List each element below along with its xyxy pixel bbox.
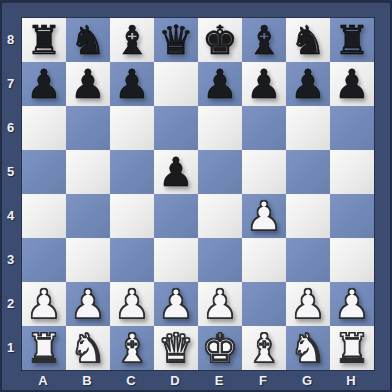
square-h6[interactable] — [330, 106, 374, 150]
square-e5[interactable] — [198, 150, 242, 194]
square-c2[interactable]: ♟ — [110, 282, 154, 326]
square-f4[interactable]: ♟ — [242, 194, 286, 238]
piece-black-pawn[interactable]: ♟ — [290, 62, 326, 106]
square-d1[interactable]: ♛ — [154, 326, 198, 370]
square-b7[interactable]: ♟ — [66, 62, 110, 106]
square-b3[interactable] — [66, 238, 110, 282]
square-d3[interactable] — [154, 238, 198, 282]
file-label-h: H — [329, 370, 373, 390]
square-b8[interactable]: ♞ — [66, 18, 110, 62]
square-e2[interactable]: ♟ — [198, 282, 242, 326]
piece-white-pawn[interactable]: ♟ — [26, 282, 62, 326]
square-g5[interactable] — [286, 150, 330, 194]
file-label-a: A — [21, 370, 65, 390]
rank-label-5: 5 — [0, 149, 21, 193]
piece-white-queen[interactable]: ♛ — [158, 326, 194, 370]
file-label-d: D — [153, 370, 197, 390]
piece-black-pawn[interactable]: ♟ — [70, 62, 106, 106]
square-g4[interactable] — [286, 194, 330, 238]
square-c3[interactable] — [110, 238, 154, 282]
piece-black-queen[interactable]: ♛ — [158, 18, 194, 62]
piece-white-bishop[interactable]: ♝ — [246, 326, 282, 370]
piece-white-pawn[interactable]: ♟ — [246, 194, 282, 238]
piece-white-pawn[interactable]: ♟ — [290, 282, 326, 326]
square-d2[interactable]: ♟ — [154, 282, 198, 326]
file-label-f: F — [241, 370, 285, 390]
square-g7[interactable]: ♟ — [286, 62, 330, 106]
piece-white-king[interactable]: ♚ — [202, 326, 238, 370]
square-d4[interactable] — [154, 194, 198, 238]
rank-label-6: 6 — [0, 105, 21, 149]
file-label-e: E — [197, 370, 241, 390]
square-e1[interactable]: ♚ — [198, 326, 242, 370]
rank-label-4: 4 — [0, 193, 21, 237]
piece-white-bishop[interactable]: ♝ — [114, 326, 150, 370]
square-h5[interactable] — [330, 150, 374, 194]
piece-black-pawn[interactable]: ♟ — [26, 62, 62, 106]
square-h3[interactable] — [330, 238, 374, 282]
piece-white-rook[interactable]: ♜ — [26, 326, 62, 370]
piece-black-pawn[interactable]: ♟ — [334, 62, 370, 106]
square-b5[interactable] — [66, 150, 110, 194]
square-h8[interactable]: ♜ — [330, 18, 374, 62]
square-c6[interactable] — [110, 106, 154, 150]
piece-black-rook[interactable]: ♜ — [334, 18, 370, 62]
square-c8[interactable]: ♝ — [110, 18, 154, 62]
piece-white-pawn[interactable]: ♟ — [114, 282, 150, 326]
square-d5[interactable]: ♟ — [154, 150, 198, 194]
square-h1[interactable]: ♜ — [330, 326, 374, 370]
square-c7[interactable]: ♟ — [110, 62, 154, 106]
piece-black-pawn[interactable]: ♟ — [202, 62, 238, 106]
chess-board-frame: 87654321 ♜♞♝♛♚♝♞♜♟♟♟♟♟♟♟♟♟♟♟♟♟♟♟♟♜♞♝♛♚♝♞… — [0, 0, 392, 392]
piece-white-pawn[interactable]: ♟ — [158, 282, 194, 326]
square-a5[interactable] — [22, 150, 66, 194]
square-g6[interactable] — [286, 106, 330, 150]
square-e8[interactable]: ♚ — [198, 18, 242, 62]
piece-black-rook[interactable]: ♜ — [26, 18, 62, 62]
rank-label-1: 1 — [0, 325, 21, 369]
square-c1[interactable]: ♝ — [110, 326, 154, 370]
square-a8[interactable]: ♜ — [22, 18, 66, 62]
square-d7[interactable] — [154, 62, 198, 106]
piece-white-knight[interactable]: ♞ — [290, 326, 326, 370]
square-e4[interactable] — [198, 194, 242, 238]
rank-label-3: 3 — [0, 237, 21, 281]
piece-white-rook[interactable]: ♜ — [334, 326, 370, 370]
file-label-b: B — [65, 370, 109, 390]
square-a2[interactable]: ♟ — [22, 282, 66, 326]
square-g2[interactable]: ♟ — [286, 282, 330, 326]
piece-black-pawn[interactable]: ♟ — [246, 62, 282, 106]
rank-label-8: 8 — [0, 17, 21, 61]
file-label-g: G — [285, 370, 329, 390]
piece-white-pawn[interactable]: ♟ — [202, 282, 238, 326]
square-f3[interactable] — [242, 238, 286, 282]
square-g8[interactable]: ♞ — [286, 18, 330, 62]
square-f1[interactable]: ♝ — [242, 326, 286, 370]
square-a4[interactable] — [22, 194, 66, 238]
rank-labels: 87654321 — [0, 17, 21, 369]
piece-white-knight[interactable]: ♞ — [70, 326, 106, 370]
square-d8[interactable]: ♛ — [154, 18, 198, 62]
square-a3[interactable] — [22, 238, 66, 282]
file-label-c: C — [109, 370, 153, 390]
square-b4[interactable] — [66, 194, 110, 238]
piece-black-bishop[interactable]: ♝ — [246, 18, 282, 62]
square-g1[interactable]: ♞ — [286, 326, 330, 370]
piece-white-pawn[interactable]: ♟ — [70, 282, 106, 326]
square-f5[interactable] — [242, 150, 286, 194]
square-e7[interactable]: ♟ — [198, 62, 242, 106]
square-h7[interactable]: ♟ — [330, 62, 374, 106]
piece-white-pawn[interactable]: ♟ — [334, 282, 370, 326]
square-b2[interactable]: ♟ — [66, 282, 110, 326]
square-a6[interactable] — [22, 106, 66, 150]
piece-black-knight[interactable]: ♞ — [290, 18, 326, 62]
square-e3[interactable] — [198, 238, 242, 282]
square-f2[interactable] — [242, 282, 286, 326]
square-a7[interactable]: ♟ — [22, 62, 66, 106]
rank-label-7: 7 — [0, 61, 21, 105]
piece-black-knight[interactable]: ♞ — [70, 18, 106, 62]
square-f8[interactable]: ♝ — [242, 18, 286, 62]
piece-black-pawn[interactable]: ♟ — [158, 150, 194, 194]
square-e6[interactable] — [198, 106, 242, 150]
square-c5[interactable] — [110, 150, 154, 194]
square-c4[interactable] — [110, 194, 154, 238]
chess-board: ♜♞♝♛♚♝♞♜♟♟♟♟♟♟♟♟♟♟♟♟♟♟♟♟♜♞♝♛♚♝♞♜ — [21, 17, 375, 371]
square-f6[interactable] — [242, 106, 286, 150]
piece-black-pawn[interactable]: ♟ — [114, 62, 150, 106]
piece-black-bishop[interactable]: ♝ — [114, 18, 150, 62]
square-a1[interactable]: ♜ — [22, 326, 66, 370]
square-h4[interactable] — [330, 194, 374, 238]
square-d6[interactable] — [154, 106, 198, 150]
piece-black-king[interactable]: ♚ — [202, 18, 238, 62]
square-b6[interactable] — [66, 106, 110, 150]
square-g3[interactable] — [286, 238, 330, 282]
file-labels: ABCDEFGH — [21, 370, 373, 390]
square-f7[interactable]: ♟ — [242, 62, 286, 106]
square-h2[interactable]: ♟ — [330, 282, 374, 326]
rank-label-2: 2 — [0, 281, 21, 325]
square-b1[interactable]: ♞ — [66, 326, 110, 370]
